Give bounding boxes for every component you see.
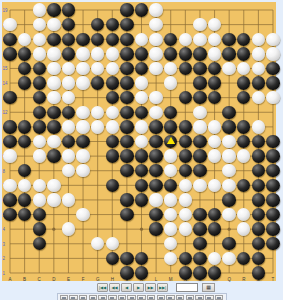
black-stone-J18 <box>120 18 133 31</box>
black-stone-N2 <box>179 252 192 265</box>
black-stone-N1 <box>179 266 192 279</box>
white-stone-E6 <box>62 193 75 206</box>
black-stone-K6 <box>135 193 148 206</box>
black-stone-O5 <box>193 208 206 221</box>
black-stone-J10 <box>120 135 133 148</box>
row-label: 2 <box>3 256 6 261</box>
white-stone-L16 <box>149 47 162 60</box>
white-stone-S11 <box>252 120 265 133</box>
white-stone-K11 <box>135 120 148 133</box>
toolbar-tiny-button[interactable] <box>98 295 107 300</box>
toolbar-tiny-button[interactable] <box>118 295 127 300</box>
toolbar-tiny-button[interactable] <box>79 295 88 300</box>
go-board[interactable]: ABCDEFGHJKLMNOPQRST191817161514131211109… <box>2 2 276 281</box>
black-stone-T6 <box>266 193 279 206</box>
black-stone-J15 <box>120 62 133 75</box>
toolbar-tiny-button[interactable] <box>137 295 146 300</box>
white-stone-P17 <box>208 33 221 46</box>
white-stone-M9 <box>164 149 177 162</box>
black-stone-E16 <box>62 47 75 60</box>
white-stone-F16 <box>76 47 89 60</box>
black-stone-J12 <box>120 106 133 119</box>
black-stone-L8 <box>149 164 162 177</box>
black-stone-O3 <box>193 237 206 250</box>
white-stone-E11 <box>62 120 75 133</box>
column-label: G <box>96 277 100 282</box>
white-stone-Q7 <box>222 179 235 192</box>
black-stone-J17 <box>120 33 133 46</box>
black-stone-T7 <box>266 179 279 192</box>
black-stone-M16 <box>164 47 177 60</box>
black-stone-N16 <box>179 47 192 60</box>
white-stone-N6 <box>179 193 192 206</box>
white-stone-T16 <box>266 47 279 60</box>
black-stone-K1 <box>135 266 148 279</box>
black-stone-G14 <box>91 76 104 89</box>
toolbar-tiny-button[interactable] <box>89 295 98 300</box>
white-stone-N7 <box>179 179 192 192</box>
white-stone-K14 <box>135 76 148 89</box>
black-stone-H2 <box>106 252 119 265</box>
white-stone-L15 <box>149 62 162 75</box>
black-stone-A11 <box>3 120 16 133</box>
white-stone-S17 <box>252 33 265 46</box>
column-label: D <box>52 277 55 282</box>
white-stone-L17 <box>149 33 162 46</box>
column-label: C <box>38 277 41 282</box>
white-stone-Q9 <box>222 149 235 162</box>
toolbar-tiny-button[interactable] <box>69 295 78 300</box>
white-stone-C7 <box>33 179 46 192</box>
toolbar-tiny-button[interactable] <box>157 295 166 300</box>
white-stone-D13 <box>47 91 60 104</box>
black-stone-E19 <box>62 3 75 16</box>
black-stone-L10 <box>149 135 162 148</box>
toolbar-tiny-button[interactable] <box>205 295 214 300</box>
column-label: R <box>242 277 245 282</box>
white-stone-M6 <box>164 193 177 206</box>
column-label: B <box>23 277 26 282</box>
white-stone-C17 <box>33 33 46 46</box>
black-stone-J6 <box>120 193 133 206</box>
white-stone-O18 <box>193 18 206 31</box>
black-stone-J11 <box>120 120 133 133</box>
row-label: 19 <box>3 8 8 13</box>
black-stone-K16 <box>135 47 148 60</box>
black-stone-S7 <box>252 179 265 192</box>
black-stone-C11 <box>33 120 46 133</box>
white-stone-L6 <box>149 193 162 206</box>
black-stone-R11 <box>237 120 250 133</box>
black-stone-O15 <box>193 62 206 75</box>
white-stone-E14 <box>62 76 75 89</box>
black-stone-L4 <box>149 222 162 235</box>
row-label: 4 <box>3 227 6 232</box>
black-stone-E12 <box>62 106 75 119</box>
white-stone-K17 <box>135 33 148 46</box>
black-stone-O2 <box>193 252 206 265</box>
black-stone-C14 <box>33 76 46 89</box>
black-stone-N9 <box>179 149 192 162</box>
black-stone-B11 <box>18 120 31 133</box>
black-stone-O13 <box>193 91 206 104</box>
white-stone-T17 <box>266 33 279 46</box>
black-stone-H10 <box>106 135 119 148</box>
black-stone-S1 <box>252 266 265 279</box>
black-stone-S9 <box>252 149 265 162</box>
black-stone-D9 <box>47 149 60 162</box>
white-stone-E4 <box>62 222 75 235</box>
black-stone-S4 <box>252 222 265 235</box>
white-stone-L18 <box>149 18 162 31</box>
black-stone-T14 <box>266 76 279 89</box>
black-stone-P14 <box>208 76 221 89</box>
black-stone-K12 <box>135 106 148 119</box>
toolbar-tiny-button[interactable] <box>127 295 136 300</box>
white-stone-A18 <box>3 18 16 31</box>
black-stone-T5 <box>266 208 279 221</box>
white-stone-C18 <box>33 18 46 31</box>
black-stone-S6 <box>252 193 265 206</box>
black-stone-S2 <box>252 252 265 265</box>
row-label: 1 <box>3 270 6 275</box>
white-stone-B17 <box>18 33 31 46</box>
white-stone-H12 <box>106 106 119 119</box>
white-stone-F5 <box>76 208 89 221</box>
black-stone-K7 <box>135 179 148 192</box>
black-stone-P4 <box>208 222 221 235</box>
white-stone-O7 <box>193 179 206 192</box>
black-stone-D19 <box>47 3 60 16</box>
black-stone-K9 <box>135 149 148 162</box>
row-label: 12 <box>3 110 8 115</box>
white-stone-C19 <box>33 3 46 16</box>
white-stone-F15 <box>76 62 89 75</box>
row-label: 14 <box>3 81 8 86</box>
black-stone-B14 <box>18 76 31 89</box>
black-stone-J2 <box>120 252 133 265</box>
white-stone-G16 <box>91 47 104 60</box>
white-stone-Q10 <box>222 135 235 148</box>
white-stone-F8 <box>76 164 89 177</box>
black-stone-O8 <box>193 164 206 177</box>
white-stone-D18 <box>47 18 60 31</box>
black-stone-T10 <box>266 135 279 148</box>
toolbar-tiny-button[interactable] <box>147 295 156 300</box>
white-stone-Q2 <box>222 252 235 265</box>
last-move-marker-icon <box>167 137 175 144</box>
white-stone-O12 <box>193 106 206 119</box>
white-stone-F9 <box>76 149 89 162</box>
white-stone-T13 <box>266 91 279 104</box>
white-stone-O17 <box>193 33 206 46</box>
navigation-bar: |◀◀◀◀◀▶▶▶▶▶|▦ <box>0 283 283 293</box>
black-stone-N15 <box>179 62 192 75</box>
white-stone-N17 <box>179 33 192 46</box>
black-stone-E17 <box>62 33 75 46</box>
black-stone-D17 <box>47 33 60 46</box>
black-stone-F17 <box>76 33 89 46</box>
white-stone-L13 <box>149 91 162 104</box>
black-stone-A16 <box>3 47 16 60</box>
black-stone-H9 <box>106 149 119 162</box>
nav-button-fast-forward[interactable]: ▶▶ <box>145 283 156 292</box>
white-stone-H15 <box>106 62 119 75</box>
black-stone-Q16 <box>222 47 235 60</box>
nav-button-fast-back[interactable]: ◀◀ <box>109 283 120 292</box>
black-stone-H17 <box>106 33 119 46</box>
white-stone-C10 <box>33 135 46 148</box>
nav-button-forward[interactable]: ▶ <box>133 283 144 292</box>
row-label: 15 <box>3 66 8 71</box>
black-stone-A10 <box>3 135 16 148</box>
black-stone-J1 <box>120 266 133 279</box>
black-stone-J8 <box>120 164 133 177</box>
toolbar-tiny-button[interactable] <box>195 295 204 300</box>
white-stone-E9 <box>62 149 75 162</box>
white-stone-D6 <box>47 193 60 206</box>
toolbar-tiny-button[interactable] <box>108 295 117 300</box>
white-stone-H11 <box>106 120 119 133</box>
black-stone-C12 <box>33 106 46 119</box>
column-label: E <box>67 277 70 282</box>
column-label: M <box>169 277 173 282</box>
black-stone-M11 <box>164 120 177 133</box>
toolbar-tiny-button[interactable] <box>215 295 224 300</box>
row-label: 3 <box>3 241 6 246</box>
go-button[interactable]: ▦ <box>202 283 215 292</box>
toolbar-tiny-button[interactable] <box>166 295 175 300</box>
black-stone-A5 <box>3 208 16 221</box>
black-stone-Q6 <box>222 193 235 206</box>
black-stone-D11 <box>47 120 60 133</box>
black-stone-T8 <box>266 164 279 177</box>
bottom-toolbar <box>57 293 227 300</box>
black-stone-L7 <box>149 179 162 192</box>
white-stone-H16 <box>106 47 119 60</box>
black-stone-T4 <box>266 222 279 235</box>
white-stone-G11 <box>91 120 104 133</box>
white-stone-N4 <box>179 222 192 235</box>
black-stone-B6 <box>18 193 31 206</box>
black-stone-L11 <box>149 120 162 133</box>
black-stone-H14 <box>106 76 119 89</box>
black-stone-P1 <box>208 266 221 279</box>
black-stone-D12 <box>47 106 60 119</box>
white-stone-Q5 <box>222 208 235 221</box>
white-stone-F12 <box>76 106 89 119</box>
nav-button-first[interactable]: |◀◀ <box>97 283 108 292</box>
black-stone-J16 <box>120 47 133 60</box>
white-stone-L12 <box>149 106 162 119</box>
nav-button-back[interactable]: ◀ <box>121 283 132 292</box>
black-stone-A13 <box>3 91 16 104</box>
column-label: A <box>8 277 11 282</box>
black-stone-O16 <box>193 47 206 60</box>
white-stone-D14 <box>47 76 60 89</box>
white-stone-D7 <box>47 179 60 192</box>
toolbar-tiny-button[interactable] <box>176 295 185 300</box>
black-stone-O9 <box>193 149 206 162</box>
white-stone-A9 <box>3 149 16 162</box>
black-stone-B16 <box>18 47 31 60</box>
move-number-input[interactable] <box>176 283 198 292</box>
white-stone-D10 <box>47 135 60 148</box>
black-stone-Q12 <box>222 106 235 119</box>
white-stone-C6 <box>33 193 46 206</box>
black-stone-R16 <box>237 47 250 60</box>
black-stone-T3 <box>266 237 279 250</box>
white-stone-F11 <box>76 120 89 133</box>
black-stone-N11 <box>179 120 192 133</box>
black-stone-O10 <box>193 135 206 148</box>
black-stone-S14 <box>252 76 265 89</box>
toolbar-tiny-button[interactable] <box>186 295 195 300</box>
nav-button-last[interactable]: ▶▶| <box>157 283 168 292</box>
black-stone-C15 <box>33 62 46 75</box>
column-label: Q <box>227 277 231 282</box>
white-stone-A7 <box>3 179 16 192</box>
black-stone-J9 <box>120 149 133 162</box>
white-stone-M14 <box>164 76 177 89</box>
white-stone-S15 <box>252 62 265 75</box>
white-stone-P16 <box>208 47 221 60</box>
white-stone-C16 <box>33 47 46 60</box>
black-stone-J14 <box>120 76 133 89</box>
go-app-window: { "game": "go", "board": { "size": 19, "… <box>0 0 283 300</box>
black-stone-J5 <box>120 208 133 221</box>
white-stone-S16 <box>252 47 265 60</box>
black-stone-A6 <box>3 193 16 206</box>
white-stone-O11 <box>193 120 206 133</box>
black-stone-C5 <box>33 208 46 221</box>
white-stone-Q15 <box>222 62 235 75</box>
black-stone-Q17 <box>222 33 235 46</box>
black-stone-Q11 <box>222 120 235 133</box>
white-stone-L19 <box>149 3 162 16</box>
white-stone-D15 <box>47 62 60 75</box>
toolbar-tiny-button[interactable] <box>60 295 69 300</box>
black-stone-R14 <box>237 76 250 89</box>
black-stone-L5 <box>149 208 162 221</box>
column-label: L <box>155 277 158 282</box>
black-stone-J19 <box>120 3 133 16</box>
column-label: H <box>111 277 114 282</box>
black-stone-L9 <box>149 149 162 162</box>
black-stone-A17 <box>3 33 16 46</box>
black-stone-J13 <box>120 91 133 104</box>
black-stone-C4 <box>33 222 46 235</box>
black-stone-O4 <box>193 222 206 235</box>
black-stone-K19 <box>135 3 148 16</box>
white-stone-P9 <box>208 149 221 162</box>
row-label: 8 <box>3 168 6 173</box>
column-label: F <box>82 277 85 282</box>
black-stone-N10 <box>179 135 192 148</box>
white-stone-D16 <box>47 47 60 60</box>
black-stone-H7 <box>106 179 119 192</box>
white-stone-P11 <box>208 120 221 133</box>
column-label: T <box>272 277 275 282</box>
white-stone-C9 <box>33 149 46 162</box>
black-stone-T9 <box>266 149 279 162</box>
black-stone-O14 <box>193 76 206 89</box>
black-stone-O1 <box>193 266 206 279</box>
black-stone-F10 <box>76 135 89 148</box>
black-stone-T15 <box>266 62 279 75</box>
white-stone-F14 <box>76 76 89 89</box>
